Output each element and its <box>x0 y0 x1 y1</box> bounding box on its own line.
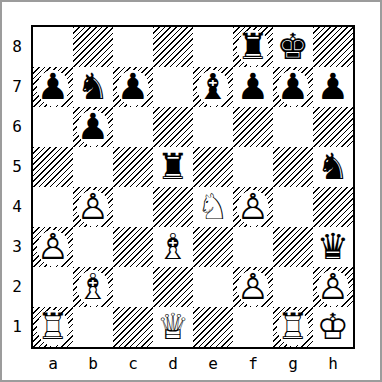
white-queen-d1[interactable]: ♕ <box>157 307 189 347</box>
square-d3[interactable]: ♗ <box>153 227 193 267</box>
chess-board: ♜♚♟♞♟♝♟♟♟♟♜♞♙♘♙♙♗♛♗♙♙♖♕♖♔ <box>31 25 355 349</box>
file-label-h: h <box>313 349 353 379</box>
square-g7[interactable]: ♟ <box>273 67 313 107</box>
file-label-a: a <box>33 349 73 379</box>
black-knight-h5[interactable]: ♞ <box>317 147 349 187</box>
white-pawn-f4[interactable]: ♙ <box>237 187 269 227</box>
black-king-g8[interactable]: ♚ <box>277 27 309 67</box>
file-label-d: d <box>153 349 193 379</box>
file-label-e: e <box>193 349 233 379</box>
square-b7[interactable]: ♞ <box>73 67 113 107</box>
square-g3[interactable] <box>273 227 313 267</box>
black-queen-h3[interactable]: ♛ <box>317 227 349 267</box>
square-a4[interactable] <box>33 187 73 227</box>
white-pawn-b4[interactable]: ♙ <box>77 187 109 227</box>
white-rook-a1[interactable]: ♖ <box>37 307 69 347</box>
rank-label-6: 6 <box>4 107 30 147</box>
file-label-g: g <box>273 349 313 379</box>
square-d5[interactable]: ♜ <box>153 147 193 187</box>
square-a3[interactable]: ♙ <box>33 227 73 267</box>
white-pawn-a3[interactable]: ♙ <box>37 227 69 267</box>
rank-label-1: 1 <box>4 307 30 347</box>
chess-diagram: 87654321 ♜♚♟♞♟♝♟♟♟♟♜♞♙♘♙♙♗♛♗♙♙♖♕♖♔ abcde… <box>0 0 382 382</box>
white-bishop-d3[interactable]: ♗ <box>157 227 189 267</box>
square-c3[interactable] <box>113 227 153 267</box>
square-f7[interactable]: ♟ <box>233 67 273 107</box>
square-c2[interactable] <box>113 267 153 307</box>
square-g6[interactable] <box>273 107 313 147</box>
square-c6[interactable] <box>113 107 153 147</box>
square-a2[interactable] <box>33 267 73 307</box>
square-g5[interactable] <box>273 147 313 187</box>
square-h7[interactable]: ♟ <box>313 67 353 107</box>
square-e6[interactable] <box>193 107 233 147</box>
square-d8[interactable] <box>153 27 193 67</box>
square-c5[interactable] <box>113 147 153 187</box>
black-pawn-f7[interactable]: ♟ <box>237 67 269 107</box>
square-c8[interactable] <box>113 27 153 67</box>
square-f5[interactable] <box>233 147 273 187</box>
square-b4[interactable]: ♙ <box>73 187 113 227</box>
white-king-h1[interactable]: ♔ <box>317 307 349 347</box>
square-h8[interactable] <box>313 27 353 67</box>
square-h2[interactable]: ♙ <box>313 267 353 307</box>
black-pawn-g7[interactable]: ♟ <box>277 67 309 107</box>
white-knight-e4[interactable]: ♘ <box>197 187 229 227</box>
square-h4[interactable] <box>313 187 353 227</box>
square-e3[interactable] <box>193 227 233 267</box>
rank-label-5: 5 <box>4 147 30 187</box>
rank-label-7: 7 <box>4 67 30 107</box>
file-label-f: f <box>233 349 273 379</box>
file-label-c: c <box>113 349 153 379</box>
square-d7[interactable] <box>153 67 193 107</box>
white-rook-g1[interactable]: ♖ <box>277 307 309 347</box>
square-g4[interactable] <box>273 187 313 227</box>
square-b5[interactable] <box>73 147 113 187</box>
square-b3[interactable] <box>73 227 113 267</box>
square-f2[interactable]: ♙ <box>233 267 273 307</box>
square-h3[interactable]: ♛ <box>313 227 353 267</box>
square-f6[interactable] <box>233 107 273 147</box>
black-pawn-b6[interactable]: ♟ <box>77 107 109 147</box>
square-e7[interactable]: ♝ <box>193 67 233 107</box>
black-bishop-e7[interactable]: ♝ <box>197 67 229 107</box>
rank-label-2: 2 <box>4 267 30 307</box>
square-d6[interactable] <box>153 107 193 147</box>
file-label-b: b <box>73 349 113 379</box>
square-g8[interactable]: ♚ <box>273 27 313 67</box>
square-d1[interactable]: ♕ <box>153 307 193 347</box>
square-e8[interactable] <box>193 27 233 67</box>
square-f4[interactable]: ♙ <box>233 187 273 227</box>
file-labels: abcdefgh <box>33 349 353 379</box>
white-pawn-f2[interactable]: ♙ <box>237 267 269 307</box>
black-pawn-c7[interactable]: ♟ <box>117 67 149 107</box>
square-a8[interactable] <box>33 27 73 67</box>
square-b1[interactable] <box>73 307 113 347</box>
rank-label-8: 8 <box>4 27 30 67</box>
white-pawn-h2[interactable]: ♙ <box>317 267 349 307</box>
square-f8[interactable]: ♜ <box>233 27 273 67</box>
square-a5[interactable] <box>33 147 73 187</box>
black-pawn-a7[interactable]: ♟ <box>37 67 69 107</box>
square-e2[interactable] <box>193 267 233 307</box>
square-d4[interactable] <box>153 187 193 227</box>
square-d2[interactable] <box>153 267 193 307</box>
square-g2[interactable] <box>273 267 313 307</box>
square-f1[interactable] <box>233 307 273 347</box>
square-f3[interactable] <box>233 227 273 267</box>
square-c4[interactable] <box>113 187 153 227</box>
black-pawn-h7[interactable]: ♟ <box>317 67 349 107</box>
square-b8[interactable] <box>73 27 113 67</box>
rank-label-3: 3 <box>4 227 30 267</box>
square-a1[interactable]: ♖ <box>33 307 73 347</box>
rank-label-4: 4 <box>4 187 30 227</box>
white-bishop-b2[interactable]: ♗ <box>77 267 109 307</box>
black-rook-d5[interactable]: ♜ <box>157 147 189 187</box>
square-h6[interactable] <box>313 107 353 147</box>
square-b2[interactable]: ♗ <box>73 267 113 307</box>
square-c7[interactable]: ♟ <box>113 67 153 107</box>
black-rook-f8[interactable]: ♜ <box>237 27 269 67</box>
square-a6[interactable] <box>33 107 73 147</box>
square-e1[interactable] <box>193 307 233 347</box>
square-a7[interactable]: ♟ <box>33 67 73 107</box>
rank-labels: 87654321 <box>4 27 30 347</box>
square-e4[interactable]: ♘ <box>193 187 233 227</box>
square-g1[interactable]: ♖ <box>273 307 313 347</box>
square-c1[interactable] <box>113 307 153 347</box>
square-b6[interactable]: ♟ <box>73 107 113 147</box>
square-h5[interactable]: ♞ <box>313 147 353 187</box>
square-h1[interactable]: ♔ <box>313 307 353 347</box>
square-e5[interactable] <box>193 147 233 187</box>
black-knight-b7[interactable]: ♞ <box>77 67 109 107</box>
